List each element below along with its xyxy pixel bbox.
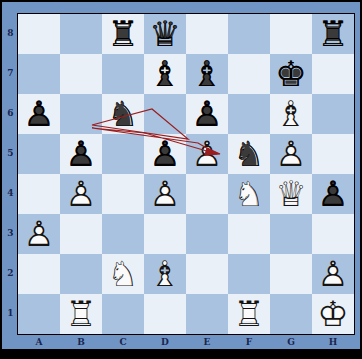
square-a8[interactable] — [18, 14, 60, 54]
square-e3[interactable] — [186, 214, 228, 254]
chess-app-window: 87654321 ♜♖♛♕♜♖♝♗♝♗♚♔♟♙♞♘♟♙♝♗♟♙♟♙♟♙♞♘♟♙♟… — [0, 0, 362, 359]
piece-outline-glyph: ♙ — [312, 174, 354, 214]
piece-outline-glyph: ♕ — [270, 174, 312, 214]
square-g6[interactable]: ♝♗ — [270, 94, 312, 134]
square-c4[interactable] — [102, 174, 144, 214]
piece-black-knight[interactable]: ♞♘ — [102, 94, 144, 134]
piece-black-pawn[interactable]: ♟♙ — [144, 134, 186, 174]
piece-black-bishop[interactable]: ♝♗ — [186, 54, 228, 94]
piece-outline-glyph: ♖ — [60, 294, 102, 334]
piece-outline-glyph: ♘ — [228, 134, 270, 174]
piece-black-rook[interactable]: ♜♖ — [102, 14, 144, 54]
square-e8[interactable] — [186, 14, 228, 54]
square-d5[interactable]: ♟♙ — [144, 134, 186, 174]
square-h2[interactable]: ♟♙ — [312, 254, 354, 294]
square-b3[interactable] — [60, 214, 102, 254]
square-g5[interactable]: ♟♙ — [270, 134, 312, 174]
rank-label-2: 2 — [4, 253, 17, 293]
chess-board[interactable]: ♜♖♛♕♜♖♝♗♝♗♚♔♟♙♞♘♟♙♝♗♟♙♟♙♟♙♞♘♟♙♟♙♟♙♞♘♛♕♟♙… — [17, 13, 355, 335]
piece-white-pawn[interactable]: ♟♙ — [270, 134, 312, 174]
rank-label-4: 4 — [4, 173, 17, 213]
piece-black-queen[interactable]: ♛♕ — [144, 14, 186, 54]
square-b8[interactable] — [60, 14, 102, 54]
square-e6[interactable]: ♟♙ — [186, 94, 228, 134]
square-d4[interactable]: ♟♙ — [144, 174, 186, 214]
piece-black-pawn[interactable]: ♟♙ — [312, 174, 354, 214]
piece-white-bishop[interactable]: ♝♗ — [144, 254, 186, 294]
square-h7[interactable] — [312, 54, 354, 94]
square-a5[interactable] — [18, 134, 60, 174]
piece-outline-glyph: ♔ — [270, 54, 312, 94]
piece-outline-glyph: ♙ — [186, 134, 228, 174]
square-d6[interactable] — [144, 94, 186, 134]
square-g1[interactable] — [270, 294, 312, 334]
piece-black-bishop[interactable]: ♝♗ — [144, 54, 186, 94]
piece-white-pawn[interactable]: ♟♙ — [186, 134, 228, 174]
piece-outline-glyph: ♙ — [144, 174, 186, 214]
piece-outline-glyph: ♙ — [144, 134, 186, 174]
square-f1[interactable]: ♜♖ — [228, 294, 270, 334]
piece-black-king[interactable]: ♚♔ — [270, 54, 312, 94]
piece-outline-glyph: ♙ — [270, 134, 312, 174]
square-g2[interactable] — [270, 254, 312, 294]
square-f8[interactable] — [228, 14, 270, 54]
square-f4[interactable]: ♞♘ — [228, 174, 270, 214]
square-e5[interactable]: ♟♙ — [186, 134, 228, 174]
piece-outline-glyph: ♗ — [144, 254, 186, 294]
piece-white-bishop[interactable]: ♝♗ — [270, 94, 312, 134]
piece-white-pawn[interactable]: ♟♙ — [312, 254, 354, 294]
piece-white-rook[interactable]: ♜♖ — [228, 294, 270, 334]
rank-labels: 87654321 — [4, 13, 17, 333]
piece-black-rook[interactable]: ♜♖ — [312, 14, 354, 54]
square-h6[interactable] — [312, 94, 354, 134]
square-d1[interactable] — [144, 294, 186, 334]
square-f7[interactable] — [228, 54, 270, 94]
piece-outline-glyph: ♖ — [228, 294, 270, 334]
piece-white-pawn[interactable]: ♟♙ — [144, 174, 186, 214]
square-a1[interactable] — [18, 294, 60, 334]
piece-white-pawn[interactable]: ♟♙ — [60, 174, 102, 214]
square-b7[interactable] — [60, 54, 102, 94]
rank-label-6: 6 — [4, 93, 17, 133]
file-label-c: C — [102, 337, 144, 347]
square-g8[interactable] — [270, 14, 312, 54]
piece-outline-glyph: ♘ — [102, 254, 144, 294]
square-b2[interactable] — [60, 254, 102, 294]
piece-white-queen[interactable]: ♛♕ — [270, 174, 312, 214]
board-margin-panel: 87654321 ♜♖♛♕♜♖♝♗♝♗♚♔♟♙♞♘♟♙♝♗♟♙♟♙♟♙♞♘♟♙♟… — [2, 2, 360, 349]
square-b5[interactable]: ♟♙ — [60, 134, 102, 174]
square-g4[interactable]: ♛♕ — [270, 174, 312, 214]
square-d8[interactable]: ♛♕ — [144, 14, 186, 54]
piece-white-king[interactable]: ♚♔ — [312, 294, 354, 334]
square-a6[interactable]: ♟♙ — [18, 94, 60, 134]
square-g3[interactable] — [270, 214, 312, 254]
square-h1[interactable]: ♚♔ — [312, 294, 354, 334]
rank-label-8: 8 — [4, 13, 17, 53]
square-e7[interactable]: ♝♗ — [186, 54, 228, 94]
square-e1[interactable] — [186, 294, 228, 334]
square-h5[interactable] — [312, 134, 354, 174]
rank-label-5: 5 — [4, 133, 17, 173]
piece-outline-glyph: ♙ — [60, 134, 102, 174]
piece-black-knight[interactable]: ♞♘ — [228, 134, 270, 174]
file-label-e: E — [186, 337, 228, 347]
file-label-g: G — [270, 337, 312, 347]
square-c5[interactable] — [102, 134, 144, 174]
piece-outline-glyph: ♘ — [102, 94, 144, 134]
square-f6[interactable] — [228, 94, 270, 134]
square-c6[interactable]: ♞♘ — [102, 94, 144, 134]
square-c7[interactable] — [102, 54, 144, 94]
piece-white-knight[interactable]: ♞♘ — [228, 174, 270, 214]
file-label-b: B — [60, 337, 102, 347]
piece-outline-glyph: ♘ — [228, 174, 270, 214]
rank-label-3: 3 — [4, 213, 17, 253]
piece-white-rook[interactable]: ♜♖ — [60, 294, 102, 334]
piece-outline-glyph: ♖ — [312, 14, 354, 54]
piece-black-pawn[interactable]: ♟♙ — [186, 94, 228, 134]
file-label-d: D — [144, 337, 186, 347]
square-e2[interactable] — [186, 254, 228, 294]
square-c2[interactable]: ♞♘ — [102, 254, 144, 294]
square-d3[interactable] — [144, 214, 186, 254]
square-h3[interactable] — [312, 214, 354, 254]
piece-white-pawn[interactable]: ♟♙ — [18, 214, 60, 254]
piece-outline-glyph: ♔ — [312, 294, 354, 334]
square-h4[interactable]: ♟♙ — [312, 174, 354, 214]
square-e4[interactable] — [186, 174, 228, 214]
piece-outline-glyph: ♙ — [312, 254, 354, 294]
piece-outline-glyph: ♙ — [18, 94, 60, 134]
square-b6[interactable] — [60, 94, 102, 134]
rank-label-1: 1 — [4, 293, 17, 333]
piece-outline-glyph: ♙ — [18, 214, 60, 254]
piece-outline-glyph: ♗ — [144, 54, 186, 94]
piece-outline-glyph: ♖ — [102, 14, 144, 54]
square-g7[interactable]: ♚♔ — [270, 54, 312, 94]
piece-outline-glyph: ♙ — [60, 174, 102, 214]
rank-label-7: 7 — [4, 53, 17, 93]
piece-outline-glyph: ♙ — [186, 94, 228, 134]
square-a7[interactable] — [18, 54, 60, 94]
piece-black-pawn[interactable]: ♟♙ — [18, 94, 60, 134]
square-b1[interactable]: ♜♖ — [60, 294, 102, 334]
file-labels: ABCDEFGH — [18, 337, 354, 347]
square-f3[interactable] — [228, 214, 270, 254]
file-label-a: A — [18, 337, 60, 347]
square-c8[interactable]: ♜♖ — [102, 14, 144, 54]
square-d2[interactable]: ♝♗ — [144, 254, 186, 294]
square-c3[interactable] — [102, 214, 144, 254]
piece-white-knight[interactable]: ♞♘ — [102, 254, 144, 294]
square-b4[interactable]: ♟♙ — [60, 174, 102, 214]
file-label-f: F — [228, 337, 270, 347]
square-a3[interactable]: ♟♙ — [18, 214, 60, 254]
file-label-h: H — [312, 337, 354, 347]
square-c1[interactable] — [102, 294, 144, 334]
piece-outline-glyph: ♕ — [144, 14, 186, 54]
piece-outline-glyph: ♗ — [270, 94, 312, 134]
square-f2[interactable] — [228, 254, 270, 294]
square-d7[interactable]: ♝♗ — [144, 54, 186, 94]
square-a4[interactable] — [18, 174, 60, 214]
piece-outline-glyph: ♗ — [186, 54, 228, 94]
piece-black-pawn[interactable]: ♟♙ — [60, 134, 102, 174]
square-h8[interactable]: ♜♖ — [312, 14, 354, 54]
square-a2[interactable] — [18, 254, 60, 294]
square-f5[interactable]: ♞♘ — [228, 134, 270, 174]
